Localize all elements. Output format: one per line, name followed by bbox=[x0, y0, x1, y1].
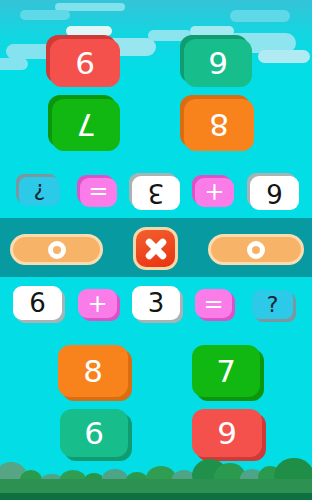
equation-operand-b: 3 bbox=[132, 176, 180, 210]
player2-area-rotated: 6 + 3 = ? 8 7 6 9 bbox=[0, 30, 312, 214]
answer-tile-7[interactable]: 7 bbox=[192, 345, 260, 397]
score-pill-right[interactable] bbox=[208, 234, 304, 265]
answer-tile-6[interactable]: 6 bbox=[184, 39, 252, 87]
close-button[interactable] bbox=[133, 227, 178, 270]
answer-tile-7[interactable]: 7 bbox=[52, 99, 120, 151]
answer-tile-8[interactable]: 8 bbox=[58, 345, 128, 397]
divider-band bbox=[0, 218, 312, 277]
equation-equals: = bbox=[80, 178, 117, 207]
answer-tile-6[interactable]: 6 bbox=[60, 409, 128, 457]
equation-operand-b: 3 bbox=[132, 286, 180, 320]
answer-tile-9[interactable]: 9 bbox=[50, 39, 120, 87]
answer-tile-8[interactable]: 8 bbox=[184, 99, 254, 151]
score-ring-icon bbox=[247, 241, 265, 259]
cloud bbox=[230, 10, 290, 22]
ground bbox=[0, 479, 312, 493]
equation-plus: + bbox=[195, 178, 234, 207]
player1-area: 6 + 3 = ? 8 7 6 9 bbox=[0, 282, 312, 466]
score-ring-icon bbox=[48, 241, 66, 259]
game-screen: 6 + 3 = ? 8 7 6 9 6 + 3 = ? 8 7 6 9 bbox=[0, 0, 312, 500]
answer-tile-9[interactable]: 9 bbox=[192, 409, 262, 457]
equation-operand-a: 6 bbox=[250, 176, 299, 210]
equation-plus: + bbox=[78, 289, 117, 318]
equation-equals: = bbox=[195, 289, 232, 318]
close-icon bbox=[143, 236, 169, 262]
score-pill-left[interactable] bbox=[10, 234, 103, 265]
equation-unknown: ? bbox=[19, 177, 60, 206]
ground-dark-strip bbox=[0, 493, 312, 500]
equation-operand-a: 6 bbox=[13, 286, 62, 320]
cloud bbox=[20, 10, 70, 20]
equation-unknown: ? bbox=[252, 290, 293, 319]
